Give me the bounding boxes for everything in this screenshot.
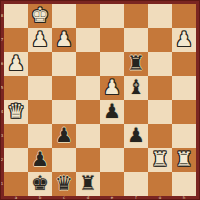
piece-white-pawn-e5[interactable]: ♟	[100, 76, 124, 100]
square-d8[interactable]	[76, 4, 100, 28]
square-g8[interactable]	[148, 4, 172, 28]
square-b3[interactable]	[28, 124, 52, 148]
rank-label-4: 4	[0, 110, 4, 114]
piece-black-pawn-f3[interactable]: ♟	[124, 124, 148, 148]
piece-black-queen-c1[interactable]: ♛	[52, 172, 76, 196]
square-c5[interactable]	[52, 76, 76, 100]
square-c6[interactable]	[52, 52, 76, 76]
rank-label-8: 8	[0, 14, 4, 18]
square-f2[interactable]	[124, 148, 148, 172]
piece-white-pawn-a6[interactable]: ♟	[4, 52, 28, 76]
square-d1[interactable]: ♜	[76, 172, 100, 196]
chess-board-frame: ♚♟♟♟♟♜♟♝♛♟♟♟♟♜♜♚♛♜ 87654321abcdefgh	[0, 0, 200, 200]
square-c8[interactable]	[52, 4, 76, 28]
square-c4[interactable]	[52, 100, 76, 124]
square-g6[interactable]	[148, 52, 172, 76]
square-b4[interactable]	[28, 100, 52, 124]
piece-white-pawn-b7[interactable]: ♟	[28, 28, 52, 52]
piece-white-rook-g2[interactable]: ♜	[148, 148, 172, 172]
square-b5[interactable]	[28, 76, 52, 100]
piece-white-rook-h2[interactable]: ♜	[172, 148, 196, 172]
square-h6[interactable]	[172, 52, 196, 76]
square-g1[interactable]	[148, 172, 172, 196]
square-d7[interactable]	[76, 28, 100, 52]
square-b6[interactable]	[28, 52, 52, 76]
square-h4[interactable]	[172, 100, 196, 124]
square-d5[interactable]	[76, 76, 100, 100]
square-g5[interactable]	[148, 76, 172, 100]
piece-black-bishop-f5[interactable]: ♝	[124, 76, 148, 100]
square-a3[interactable]	[4, 124, 28, 148]
square-g3[interactable]	[148, 124, 172, 148]
square-d2[interactable]	[76, 148, 100, 172]
piece-white-pawn-c7[interactable]: ♟	[52, 28, 76, 52]
piece-black-rook-f6[interactable]: ♜	[124, 52, 148, 76]
rank-label-3: 3	[0, 134, 4, 138]
rank-label-7: 7	[0, 38, 4, 42]
rank-label-6: 6	[0, 62, 4, 66]
file-label-d: d	[76, 196, 100, 200]
square-h3[interactable]	[172, 124, 196, 148]
square-e7[interactable]	[100, 28, 124, 52]
file-label-h: h	[172, 196, 196, 200]
square-f4[interactable]	[124, 100, 148, 124]
square-h5[interactable]	[172, 76, 196, 100]
square-f1[interactable]	[124, 172, 148, 196]
square-e1[interactable]	[100, 172, 124, 196]
square-e5[interactable]: ♟	[100, 76, 124, 100]
piece-white-king-b8[interactable]: ♚	[28, 4, 52, 28]
square-c3[interactable]: ♟	[52, 124, 76, 148]
square-e3[interactable]	[100, 124, 124, 148]
piece-black-pawn-b2[interactable]: ♟	[28, 148, 52, 172]
square-c7[interactable]: ♟	[52, 28, 76, 52]
square-h1[interactable]	[172, 172, 196, 196]
piece-black-pawn-c3[interactable]: ♟	[52, 124, 76, 148]
square-d6[interactable]	[76, 52, 100, 76]
rank-label-2: 2	[0, 158, 4, 162]
square-f8[interactable]	[124, 4, 148, 28]
file-label-a: a	[4, 196, 28, 200]
piece-black-rook-d1[interactable]: ♜	[76, 172, 100, 196]
square-b1[interactable]: ♚	[28, 172, 52, 196]
rank-label-1: 1	[0, 182, 4, 186]
piece-white-queen-a4[interactable]: ♛	[4, 100, 28, 124]
square-e8[interactable]	[100, 4, 124, 28]
square-a5[interactable]	[4, 76, 28, 100]
square-g4[interactable]	[148, 100, 172, 124]
file-label-e: e	[100, 196, 124, 200]
piece-black-king-b1[interactable]: ♚	[28, 172, 52, 196]
square-e2[interactable]	[100, 148, 124, 172]
square-g2[interactable]: ♜	[148, 148, 172, 172]
chess-board: ♚♟♟♟♟♜♟♝♛♟♟♟♟♜♜♚♛♜	[4, 4, 196, 196]
square-b2[interactable]: ♟	[28, 148, 52, 172]
square-g7[interactable]	[148, 28, 172, 52]
file-label-b: b	[28, 196, 52, 200]
square-h7[interactable]: ♟	[172, 28, 196, 52]
square-a1[interactable]	[4, 172, 28, 196]
square-a8[interactable]	[4, 4, 28, 28]
square-b7[interactable]: ♟	[28, 28, 52, 52]
square-b8[interactable]: ♚	[28, 4, 52, 28]
square-d4[interactable]	[76, 100, 100, 124]
square-e6[interactable]	[100, 52, 124, 76]
square-a6[interactable]: ♟	[4, 52, 28, 76]
piece-white-pawn-h7[interactable]: ♟	[172, 28, 196, 52]
square-h8[interactable]	[172, 4, 196, 28]
square-f5[interactable]: ♝	[124, 76, 148, 100]
square-f6[interactable]: ♜	[124, 52, 148, 76]
square-e4[interactable]: ♟	[100, 100, 124, 124]
rank-label-5: 5	[0, 86, 4, 90]
file-label-g: g	[148, 196, 172, 200]
square-f3[interactable]: ♟	[124, 124, 148, 148]
square-a2[interactable]	[4, 148, 28, 172]
square-h2[interactable]: ♜	[172, 148, 196, 172]
piece-black-pawn-e4[interactable]: ♟	[100, 100, 124, 124]
square-c1[interactable]: ♛	[52, 172, 76, 196]
square-d3[interactable]	[76, 124, 100, 148]
file-label-c: c	[52, 196, 76, 200]
file-label-f: f	[124, 196, 148, 200]
square-a7[interactable]	[4, 28, 28, 52]
square-c2[interactable]	[52, 148, 76, 172]
square-f7[interactable]	[124, 28, 148, 52]
square-a4[interactable]: ♛	[4, 100, 28, 124]
